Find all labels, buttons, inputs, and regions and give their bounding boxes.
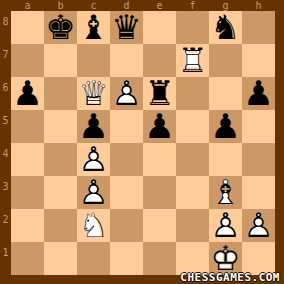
square-a1[interactable] (11, 242, 44, 275)
square-b5[interactable] (44, 110, 77, 143)
square-b2[interactable] (44, 209, 77, 242)
white-pawn: ♟♙ (242, 209, 275, 242)
square-f5[interactable] (176, 110, 209, 143)
rank-label-1: 1 (0, 242, 11, 275)
black-bishop-glyph: ♝ (77, 11, 110, 44)
square-g5[interactable]: ♟ (209, 110, 242, 143)
rank-label-4: 4 (0, 143, 11, 176)
square-b4[interactable] (44, 143, 77, 176)
square-g7[interactable] (209, 44, 242, 77)
square-b3[interactable] (44, 176, 77, 209)
square-e3[interactable] (143, 176, 176, 209)
square-f3[interactable] (176, 176, 209, 209)
chess-board: ♚♝♛♞♜♖♟♛♕♟♙♜♟♟♟♟♟♙♟♙♝♗♞♘♟♙♟♙♚♔ (11, 11, 275, 275)
rank-label-7: 7 (0, 44, 11, 77)
square-c8[interactable]: ♝ (77, 11, 110, 44)
white-rook: ♜♖ (176, 44, 209, 77)
square-d6[interactable]: ♟♙ (110, 77, 143, 110)
square-e5[interactable]: ♟ (143, 110, 176, 143)
square-f4[interactable] (176, 143, 209, 176)
black-pawn: ♟ (143, 110, 176, 143)
black-bishop: ♝ (77, 11, 110, 44)
file-label-e: e (143, 0, 176, 11)
rank-label-2: 2 (0, 209, 11, 242)
square-d2[interactable] (110, 209, 143, 242)
square-c1[interactable] (77, 242, 110, 275)
square-a8[interactable] (11, 11, 44, 44)
black-knight-glyph: ♞ (209, 11, 242, 44)
white-pawn-outline: ♙ (110, 77, 143, 110)
square-b1[interactable] (44, 242, 77, 275)
white-rook-outline: ♖ (176, 44, 209, 77)
square-c2[interactable]: ♞♘ (77, 209, 110, 242)
square-a5[interactable] (11, 110, 44, 143)
black-pawn-glyph: ♟ (209, 110, 242, 143)
square-h8[interactable] (242, 11, 275, 44)
black-queen-glyph: ♛ (110, 11, 143, 44)
black-pawn-glyph: ♟ (143, 110, 176, 143)
square-f2[interactable] (176, 209, 209, 242)
square-b8[interactable]: ♚ (44, 11, 77, 44)
square-d8[interactable]: ♛ (110, 11, 143, 44)
rank-label-5: 5 (0, 110, 11, 143)
square-e2[interactable] (143, 209, 176, 242)
square-a3[interactable] (11, 176, 44, 209)
square-f7[interactable]: ♜♖ (176, 44, 209, 77)
black-pawn-glyph: ♟ (242, 77, 275, 110)
square-g8[interactable]: ♞ (209, 11, 242, 44)
square-b7[interactable] (44, 44, 77, 77)
square-b6[interactable] (44, 77, 77, 110)
rank-label-3: 3 (0, 176, 11, 209)
black-king-glyph: ♚ (44, 11, 77, 44)
square-h2[interactable]: ♟♙ (242, 209, 275, 242)
rank-label-6: 6 (0, 77, 11, 110)
square-d1[interactable] (110, 242, 143, 275)
white-knight: ♞♘ (77, 209, 110, 242)
black-queen: ♛ (110, 11, 143, 44)
chess-diagram: abcdefgh 87654321 ♚♝♛♞♜♖♟♛♕♟♙♜♟♟♟♟♟♙♟♙♝♗… (0, 0, 284, 284)
square-h4[interactable] (242, 143, 275, 176)
file-label-a: a (11, 0, 44, 11)
white-knight-outline: ♘ (77, 209, 110, 242)
square-d5[interactable] (110, 110, 143, 143)
black-pawn: ♟ (209, 110, 242, 143)
black-pawn: ♟ (242, 77, 275, 110)
rank-labels: 87654321 (0, 11, 11, 275)
black-pawn-glyph: ♟ (11, 77, 44, 110)
chessgames-watermark: CHESSGAMES.COM (180, 271, 280, 284)
square-d3[interactable] (110, 176, 143, 209)
square-a4[interactable] (11, 143, 44, 176)
square-a6[interactable]: ♟ (11, 77, 44, 110)
square-h6[interactable]: ♟ (242, 77, 275, 110)
square-a2[interactable] (11, 209, 44, 242)
square-h5[interactable] (242, 110, 275, 143)
square-d4[interactable] (110, 143, 143, 176)
white-pawn-outline: ♙ (242, 209, 275, 242)
file-label-h: h (242, 0, 275, 11)
rank-label-8: 8 (0, 11, 11, 44)
square-f6[interactable] (176, 77, 209, 110)
file-label-f: f (176, 0, 209, 11)
square-e8[interactable] (143, 11, 176, 44)
black-king: ♚ (44, 11, 77, 44)
square-e1[interactable] (143, 242, 176, 275)
black-pawn: ♟ (11, 77, 44, 110)
square-e4[interactable] (143, 143, 176, 176)
black-knight: ♞ (209, 11, 242, 44)
white-pawn: ♟♙ (110, 77, 143, 110)
